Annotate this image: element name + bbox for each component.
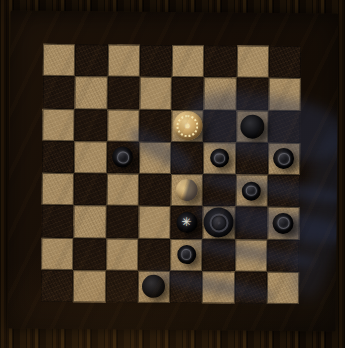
black-man[interactable]: [210, 149, 229, 168]
black-man[interactable]: [273, 148, 294, 169]
white-man[interactable]: [176, 179, 198, 201]
black-man[interactable]: [242, 181, 261, 200]
pieces-layer: ✳: [8, 11, 339, 332]
white-king[interactable]: [173, 111, 202, 140]
board-frame: ✳: [8, 11, 339, 332]
black-man[interactable]: ✳: [176, 212, 197, 233]
black-man[interactable]: [112, 147, 133, 168]
black-man[interactable]: [273, 213, 294, 234]
star-emblem: ✳: [182, 216, 192, 228]
scene: ✳: [0, 0, 345, 348]
black-king[interactable]: [204, 208, 234, 238]
black-man[interactable]: [177, 245, 196, 264]
black-man[interactable]: [240, 114, 264, 138]
black-man[interactable]: [142, 275, 165, 298]
